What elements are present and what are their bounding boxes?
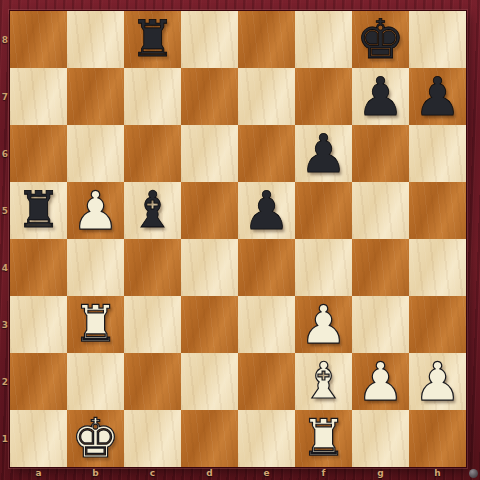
logo-dot-icon [469,469,478,478]
square-f6[interactable]: ♟ [295,125,352,182]
square-f1[interactable]: ♜ [295,410,352,467]
rank-label-8: 8 [0,11,10,68]
file-label-a: a [10,467,67,480]
rank-label-7: 7 [0,68,10,125]
square-g7[interactable]: ♟ [352,68,409,125]
square-h4[interactable] [409,239,466,296]
square-e4[interactable] [238,239,295,296]
square-f4[interactable] [295,239,352,296]
chessboard-frame: 87654321 ♜♚♟♟♟♜♟♝♟♜♟♝♟♟♚♜ abcdefgh [0,0,480,480]
rank-label-4: 4 [0,239,10,296]
square-c2[interactable] [124,353,181,410]
square-b7[interactable] [67,68,124,125]
square-g5[interactable] [352,182,409,239]
piece-black-pawn[interactable]: ♟ [300,125,348,182]
square-e1[interactable] [238,410,295,467]
file-label-e: e [238,467,295,480]
rank-label-5: 5 [0,182,10,239]
piece-white-pawn[interactable]: ♟ [414,353,462,410]
square-c7[interactable] [124,68,181,125]
square-h2[interactable]: ♟ [409,353,466,410]
rank-labels: 87654321 [0,11,10,467]
rank-label-3: 3 [0,296,10,353]
piece-white-king[interactable]: ♚ [71,410,119,467]
piece-black-rook[interactable]: ♜ [16,182,61,239]
square-c1[interactable] [124,410,181,467]
square-d2[interactable] [181,353,238,410]
square-e6[interactable] [238,125,295,182]
square-b6[interactable] [67,125,124,182]
square-f3[interactable]: ♟ [295,296,352,353]
square-c4[interactable] [124,239,181,296]
square-a2[interactable] [10,353,67,410]
square-d7[interactable] [181,68,238,125]
square-c3[interactable] [124,296,181,353]
square-h1[interactable] [409,410,466,467]
square-c6[interactable] [124,125,181,182]
piece-white-pawn[interactable]: ♟ [72,182,120,239]
square-a3[interactable] [10,296,67,353]
square-a6[interactable] [10,125,67,182]
piece-white-pawn[interactable]: ♟ [300,296,348,353]
square-b4[interactable] [67,239,124,296]
square-f7[interactable] [295,68,352,125]
square-f2[interactable]: ♝ [295,353,352,410]
square-h5[interactable] [409,182,466,239]
square-d4[interactable] [181,239,238,296]
file-label-d: d [181,467,238,480]
square-c5[interactable]: ♝ [124,182,181,239]
square-d5[interactable] [181,182,238,239]
piece-black-pawn[interactable]: ♟ [243,182,291,239]
square-b1[interactable]: ♚ [67,410,124,467]
piece-black-rook[interactable]: ♜ [130,11,175,68]
file-label-c: c [124,467,181,480]
square-b5[interactable]: ♟ [67,182,124,239]
square-a7[interactable] [10,68,67,125]
square-c8[interactable]: ♜ [124,11,181,68]
rank-label-2: 2 [0,353,10,410]
square-h3[interactable] [409,296,466,353]
square-b3[interactable]: ♜ [67,296,124,353]
board: ♜♚♟♟♟♜♟♝♟♜♟♝♟♟♚♜ [10,11,466,467]
piece-white-rook[interactable]: ♜ [301,410,346,467]
file-label-g: g [352,467,409,480]
piece-white-bishop[interactable]: ♝ [301,353,346,410]
square-a8[interactable] [10,11,67,68]
square-f8[interactable] [295,11,352,68]
piece-white-rook[interactable]: ♜ [73,296,118,353]
square-e2[interactable] [238,353,295,410]
rank-label-6: 6 [0,125,10,182]
rank-label-1: 1 [0,410,10,467]
piece-black-bishop[interactable]: ♝ [130,182,175,239]
square-g3[interactable] [352,296,409,353]
piece-black-pawn[interactable]: ♟ [357,68,405,125]
square-a4[interactable] [10,239,67,296]
square-g2[interactable]: ♟ [352,353,409,410]
square-h6[interactable] [409,125,466,182]
square-d6[interactable] [181,125,238,182]
file-label-h: h [409,467,466,480]
square-g4[interactable] [352,239,409,296]
square-d3[interactable] [181,296,238,353]
square-g1[interactable] [352,410,409,467]
piece-black-king[interactable]: ♚ [356,11,404,68]
square-a5[interactable]: ♜ [10,182,67,239]
square-h8[interactable] [409,11,466,68]
square-a1[interactable] [10,410,67,467]
square-e7[interactable] [238,68,295,125]
square-d8[interactable] [181,11,238,68]
square-e5[interactable]: ♟ [238,182,295,239]
square-e8[interactable] [238,11,295,68]
square-g8[interactable]: ♚ [352,11,409,68]
piece-black-pawn[interactable]: ♟ [414,68,462,125]
square-g6[interactable] [352,125,409,182]
piece-white-pawn[interactable]: ♟ [357,353,405,410]
square-f5[interactable] [295,182,352,239]
square-b2[interactable] [67,353,124,410]
file-label-f: f [295,467,352,480]
square-b8[interactable] [67,11,124,68]
square-e3[interactable] [238,296,295,353]
square-d1[interactable] [181,410,238,467]
square-h7[interactable]: ♟ [409,68,466,125]
